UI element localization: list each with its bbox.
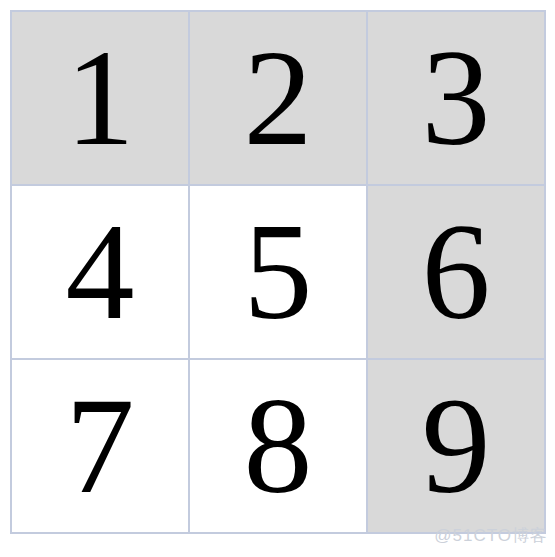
- cell-r1c2: 2: [190, 12, 366, 184]
- cell-r3c1: 7: [12, 360, 188, 532]
- cell-r1c3: 3: [368, 12, 544, 184]
- cell-r3c3: 9: [368, 360, 544, 532]
- watermark: @51CTO博客: [434, 524, 548, 547]
- cell-r2c3: 6: [368, 186, 544, 358]
- cell-r1c1: 1: [12, 12, 188, 184]
- cell-r2c1: 4: [12, 186, 188, 358]
- number-grid-board: 1 2 3 4 5 6 7 8 9: [10, 10, 546, 534]
- cell-r2c2: 5: [190, 186, 366, 358]
- cell-r3c2: 8: [190, 360, 366, 532]
